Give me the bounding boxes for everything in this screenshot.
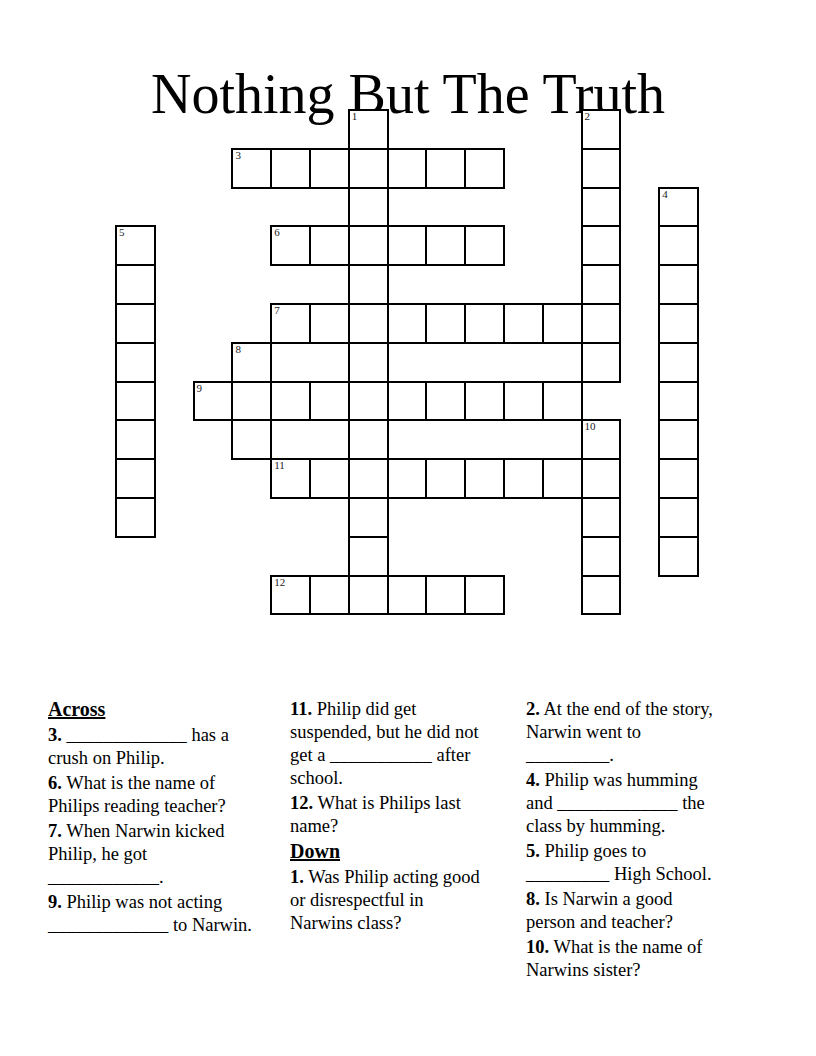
grid-cell[interactable] [309, 148, 350, 189]
clue-text: What is Philips last name? [290, 793, 461, 836]
grid-cell[interactable] [387, 575, 428, 616]
clue-text: Philip was humming and _____________ the… [526, 770, 705, 836]
grid-cell[interactable]: 3 [231, 148, 272, 189]
clue-8: 8. Is Narwin a good person and teacher? [526, 888, 722, 934]
grid-cell[interactable]: 12 [270, 575, 311, 616]
clue-number: 8. [526, 889, 540, 909]
clue-number: 12. [290, 793, 313, 813]
clue-6: 6. What is the name of Philips reading t… [48, 772, 266, 818]
grid-cell[interactable] [309, 303, 350, 344]
grid-cell[interactable] [115, 303, 156, 344]
grid-cell[interactable] [387, 458, 428, 499]
clue-2: 2. At the end of the story, Narwin went … [526, 698, 722, 767]
grid-cell[interactable] [387, 148, 428, 189]
grid-cell[interactable] [309, 225, 350, 266]
grid-cell[interactable] [503, 458, 544, 499]
grid-cell[interactable] [464, 381, 505, 422]
grid-cell[interactable] [503, 381, 544, 422]
clue-number: 4. [526, 770, 540, 790]
grid-cell[interactable]: 6 [270, 225, 311, 266]
grid-cell[interactable] [581, 497, 622, 538]
clue-text: When Narwin kicked Philip, he got ______… [48, 821, 224, 887]
clues-heading-across: Across [48, 698, 266, 721]
grid-cell[interactable]: 5 [115, 225, 156, 266]
grid-cell[interactable] [348, 497, 389, 538]
grid-cell[interactable] [658, 458, 699, 499]
grid-cell[interactable] [115, 497, 156, 538]
clue-text: Philip did get suspended, but he did not… [290, 699, 479, 788]
grid-cell[interactable] [348, 381, 389, 422]
grid-cell[interactable] [348, 419, 389, 460]
grid-cell[interactable] [425, 225, 466, 266]
grid-cell[interactable] [581, 458, 622, 499]
clue-4: 4. Philip was humming and _____________ … [526, 769, 722, 838]
clue-column-1: Across3. _____________ has a crush on Ph… [48, 698, 266, 939]
grid-cell[interactable] [309, 381, 350, 422]
grid-cell[interactable] [464, 148, 505, 189]
grid-cell[interactable] [115, 419, 156, 460]
grid-cell[interactable] [348, 342, 389, 383]
grid-cell[interactable] [464, 303, 505, 344]
clue-number-label: 2 [585, 110, 591, 123]
grid-cell[interactable] [542, 381, 583, 422]
clues-heading-down: Down [290, 840, 482, 863]
grid-cell[interactable]: 4 [658, 187, 699, 228]
clue-10: 10. What is the name of Narwins sister? [526, 936, 722, 982]
clue-number: 7. [48, 821, 62, 841]
grid-cell[interactable] [581, 303, 622, 344]
grid-cell[interactable] [658, 381, 699, 422]
grid-cell[interactable] [581, 264, 622, 305]
grid-cell[interactable] [658, 225, 699, 266]
grid-cell[interactable]: 1 [348, 109, 389, 150]
grid-cell[interactable] [348, 303, 389, 344]
grid-cell[interactable] [658, 419, 699, 460]
grid-cell[interactable] [464, 458, 505, 499]
grid-cell[interactable] [387, 303, 428, 344]
clue-number-label: 11 [274, 459, 285, 472]
clue-number: 10. [526, 937, 549, 957]
clue-number-label: 8 [235, 343, 241, 356]
grid-cell[interactable] [231, 381, 272, 422]
clue-number: 9. [48, 892, 62, 912]
grid-cell[interactable]: 8 [231, 342, 272, 383]
clue-number-label: 9 [197, 382, 203, 395]
clue-number-label: 5 [119, 226, 125, 239]
clue-text: _____________ has a crush on Philip. [48, 725, 229, 768]
grid-cell[interactable] [231, 419, 272, 460]
clue-number-label: 12 [274, 576, 285, 589]
grid-cell[interactable]: 10 [581, 419, 622, 460]
grid-cell[interactable] [348, 264, 389, 305]
grid-cell[interactable]: 2 [581, 109, 622, 150]
clue-number: 3. [48, 725, 62, 745]
grid-cell[interactable] [464, 575, 505, 616]
crossword-grid: 123456789101112 [116, 110, 698, 614]
clue-number: 11. [290, 699, 312, 719]
grid-cell[interactable] [425, 381, 466, 422]
grid-cell[interactable] [581, 342, 622, 383]
grid-cell[interactable] [348, 458, 389, 499]
grid-cell[interactable] [115, 381, 156, 422]
grid-cell[interactable] [115, 264, 156, 305]
clue-5: 5. Philip goes to _________ High School. [526, 840, 722, 886]
grid-cell[interactable] [348, 225, 389, 266]
clue-text: Philip was not acting _____________ to N… [48, 892, 252, 935]
grid-strip [270, 419, 350, 460]
grid-cell[interactable] [581, 187, 622, 228]
clue-number-label: 3 [235, 149, 241, 162]
clue-number-label: 4 [662, 188, 668, 201]
grid-cell[interactable] [425, 303, 466, 344]
grid-cell[interactable] [270, 148, 311, 189]
grid-cell[interactable] [658, 303, 699, 344]
clue-7: 7. When Narwin kicked Philip, he got ___… [48, 820, 266, 889]
clue-number: 6. [48, 773, 62, 793]
clue-text: At the end of the story, Narwin went to … [526, 699, 713, 765]
clue-number-label: 7 [274, 304, 280, 317]
clue-9: 9. Philip was not acting _____________ t… [48, 891, 266, 937]
clue-text: Is Narwin a good person and teacher? [526, 889, 673, 932]
grid-cell[interactable] [464, 225, 505, 266]
clue-list: Across3. _____________ has a crush on Ph… [48, 698, 722, 984]
grid-cell[interactable] [503, 303, 544, 344]
clue-text: What is the name of Narwins sister? [526, 937, 702, 980]
clue-number: 5. [526, 841, 540, 861]
grid-cell[interactable]: 9 [193, 381, 234, 422]
grid-strip [270, 342, 350, 383]
clue-3: 3. _____________ has a crush on Philip. [48, 724, 266, 770]
grid-cell[interactable] [348, 187, 389, 228]
grid-cell[interactable] [581, 148, 622, 189]
clue-number: 2. [526, 699, 540, 719]
grid-cell[interactable] [658, 342, 699, 383]
grid-cell[interactable] [581, 225, 622, 266]
grid-cell[interactable] [581, 575, 622, 616]
grid-cell[interactable] [658, 497, 699, 538]
grid-cell[interactable] [658, 536, 699, 577]
grid-cell[interactable] [115, 458, 156, 499]
grid-strip [387, 419, 583, 460]
grid-cell[interactable] [348, 148, 389, 189]
clue-text: What is the name of Philips reading teac… [48, 773, 226, 816]
grid-cell[interactable] [387, 225, 428, 266]
grid-strip [387, 342, 583, 383]
grid-cell[interactable] [387, 381, 428, 422]
clue-number-label: 6 [274, 226, 280, 239]
grid-cell[interactable] [425, 458, 466, 499]
clue-text: Was Philip acting good or disrespectful … [290, 867, 480, 933]
grid-cell[interactable] [425, 148, 466, 189]
grid-cell[interactable] [348, 536, 389, 577]
grid-cell[interactable] [309, 458, 350, 499]
grid-cell[interactable] [425, 575, 466, 616]
grid-cell[interactable] [542, 458, 583, 499]
clue-1: 1. Was Philip acting good or disrespectf… [290, 866, 482, 935]
clue-text: Philip goes to _________ High School. [526, 841, 712, 884]
grid-cell[interactable]: 7 [270, 303, 311, 344]
grid-cell[interactable] [309, 575, 350, 616]
clue-number-label: 10 [585, 420, 596, 433]
clue-number: 1. [290, 867, 304, 887]
grid-cell[interactable] [348, 575, 389, 616]
clue-12: 12. What is Philips last name? [290, 792, 482, 838]
clue-column-3: 2. At the end of the story, Narwin went … [526, 698, 722, 984]
grid-cell[interactable] [542, 303, 583, 344]
clue-11: 11. Philip did get suspended, but he did… [290, 698, 482, 790]
grid-cell[interactable] [658, 264, 699, 305]
grid-cell[interactable] [270, 381, 311, 422]
grid-cell[interactable]: 11 [270, 458, 311, 499]
grid-cell[interactable] [581, 536, 622, 577]
clue-number-label: 1 [352, 110, 358, 123]
grid-cell[interactable] [115, 342, 156, 383]
clue-column-2: 11. Philip did get suspended, but he did… [290, 698, 482, 937]
